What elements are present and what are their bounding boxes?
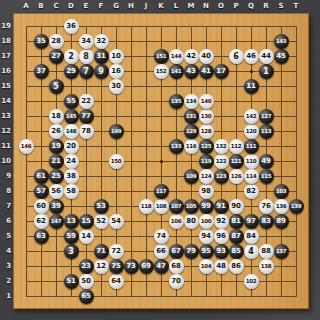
- stone-R6[interactable]: 83: [259, 214, 274, 229]
- stone-F4[interactable]: 71: [94, 244, 109, 259]
- stone-N14[interactable]: 140: [199, 94, 214, 109]
- stone-Q8[interactable]: 82: [244, 184, 259, 199]
- stone-S18[interactable]: 143: [274, 34, 289, 49]
- column-label-J: J: [139, 1, 154, 11]
- stone-O10[interactable]: 122: [214, 154, 229, 169]
- stone-F6[interactable]: 52: [94, 214, 109, 229]
- column-label-M: M: [184, 1, 199, 11]
- column-label-E: E: [79, 1, 94, 11]
- stone-D8[interactable]: 58: [64, 184, 79, 199]
- stone-G17[interactable]: 10: [109, 49, 124, 64]
- stone-G2[interactable]: 64: [109, 274, 124, 289]
- stone-L4[interactable]: 67: [169, 244, 184, 259]
- stone-C15[interactable]: 5: [49, 79, 64, 94]
- stone-M9[interactable]: 109: [184, 169, 199, 184]
- row-label-17: 17: [0, 51, 11, 61]
- stone-K8[interactable]: 117: [154, 184, 169, 199]
- stone-O4[interactable]: 93: [214, 244, 229, 259]
- stone-P6[interactable]: 81: [229, 214, 244, 229]
- stone-D17[interactable]: 2: [64, 49, 79, 64]
- stone-C13[interactable]: 18: [49, 109, 64, 124]
- row-label-3: 3: [0, 261, 11, 271]
- column-label-K: K: [154, 1, 169, 11]
- stone-B9[interactable]: 61: [34, 169, 49, 184]
- stone-B8[interactable]: 57: [34, 184, 49, 199]
- stone-S17[interactable]: 45: [274, 49, 289, 64]
- stone-N3[interactable]: 104: [199, 259, 214, 274]
- stone-D16[interactable]: 29: [64, 64, 79, 79]
- stone-D4[interactable]: 3: [64, 244, 79, 259]
- column-label-G: G: [109, 1, 124, 11]
- stone-M12[interactable]: 129: [184, 124, 199, 139]
- stone-Q10[interactable]: 110: [244, 154, 259, 169]
- stone-O5[interactable]: 96: [214, 229, 229, 244]
- stone-D10[interactable]: 24: [64, 154, 79, 169]
- go-board[interactable]: 1234567891011121314151617181920212223242…: [13, 13, 309, 309]
- stone-C10[interactable]: 21: [49, 154, 64, 169]
- column-label-R: R: [259, 1, 274, 11]
- stone-M14[interactable]: 134: [184, 94, 199, 109]
- stone-D19[interactable]: 36: [64, 19, 79, 34]
- stone-Q11[interactable]: 111: [244, 139, 259, 154]
- stone-R13[interactable]: 127: [259, 109, 274, 124]
- stone-N6[interactable]: 100: [199, 214, 214, 229]
- column-label-B: B: [34, 1, 49, 11]
- stone-H3[interactable]: 73: [124, 259, 139, 274]
- grid-line: [296, 26, 297, 297]
- stone-C9[interactable]: 25: [49, 169, 64, 184]
- stone-E18[interactable]: 34: [79, 34, 94, 49]
- stone-R9[interactable]: 115: [259, 169, 274, 184]
- stone-Q15[interactable]: 11: [244, 79, 259, 94]
- stone-G3[interactable]: 75: [109, 259, 124, 274]
- stone-E1[interactable]: 65: [79, 289, 94, 304]
- stone-S8[interactable]: 103: [274, 184, 289, 199]
- row-label-16: 16: [0, 66, 11, 76]
- stone-M7[interactable]: 105: [184, 199, 199, 214]
- stone-C17[interactable]: 27: [49, 49, 64, 64]
- stone-B6[interactable]: 62: [34, 214, 49, 229]
- stone-N10[interactable]: 119: [199, 154, 214, 169]
- stone-R7[interactable]: 76: [259, 199, 274, 214]
- stone-D14[interactable]: 55: [64, 94, 79, 109]
- stone-K16[interactable]: 152: [154, 64, 169, 79]
- stone-F16[interactable]: 9: [94, 64, 109, 79]
- grid-line: [26, 296, 297, 297]
- stone-N5[interactable]: 94: [199, 229, 214, 244]
- row-label-11: 11: [0, 141, 11, 151]
- star-point-icon: [250, 70, 253, 73]
- stone-G12[interactable]: 149: [109, 124, 124, 139]
- star-point-icon: [160, 160, 163, 163]
- stone-L7[interactable]: 107: [169, 199, 184, 214]
- stone-K17[interactable]: 151: [154, 49, 169, 64]
- row-label-10: 10: [0, 156, 11, 166]
- column-label-T: T: [289, 1, 304, 11]
- stone-T7[interactable]: 139: [289, 199, 304, 214]
- stone-D13[interactable]: 145: [64, 109, 79, 124]
- stone-N11[interactable]: 125: [199, 139, 214, 154]
- stone-K4[interactable]: 66: [154, 244, 169, 259]
- stone-P4[interactable]: 85: [229, 244, 244, 259]
- column-label-F: F: [94, 1, 109, 11]
- column-label-C: C: [49, 1, 64, 11]
- row-label-4: 4: [0, 246, 11, 256]
- stone-Q5[interactable]: 84: [244, 229, 259, 244]
- stone-M6[interactable]: 80: [184, 214, 199, 229]
- stone-E3[interactable]: 23: [79, 259, 94, 274]
- stone-N12[interactable]: 128: [199, 124, 214, 139]
- stone-Q12[interactable]: 120: [244, 124, 259, 139]
- stone-M16[interactable]: 43: [184, 64, 199, 79]
- stone-O3[interactable]: 48: [214, 259, 229, 274]
- stone-O6[interactable]: 92: [214, 214, 229, 229]
- stone-B7[interactable]: 60: [34, 199, 49, 214]
- stone-L14[interactable]: 135: [169, 94, 184, 109]
- stone-N8[interactable]: 98: [199, 184, 214, 199]
- stone-G16[interactable]: 16: [109, 64, 124, 79]
- stone-D5[interactable]: 59: [64, 229, 79, 244]
- stone-M17[interactable]: 42: [184, 49, 199, 64]
- stone-L16[interactable]: 141: [169, 64, 184, 79]
- stone-B18[interactable]: 35: [34, 34, 49, 49]
- stone-O11[interactable]: 132: [214, 139, 229, 154]
- stone-L3[interactable]: 68: [169, 259, 184, 274]
- row-label-12: 12: [0, 126, 11, 136]
- column-label-D: D: [64, 1, 79, 11]
- stone-P11[interactable]: 112: [229, 139, 244, 154]
- stone-G4[interactable]: 72: [109, 244, 124, 259]
- stone-F7[interactable]: 53: [94, 199, 109, 214]
- stone-E14[interactable]: 22: [79, 94, 94, 109]
- row-label-13: 13: [0, 111, 11, 121]
- stone-G6[interactable]: 54: [109, 214, 124, 229]
- row-label-8: 8: [0, 186, 11, 196]
- stone-S4[interactable]: 137: [274, 244, 289, 259]
- stone-G15[interactable]: 30: [109, 79, 124, 94]
- stone-P17[interactable]: 6: [229, 49, 244, 64]
- stone-O16[interactable]: 17: [214, 64, 229, 79]
- row-label-9: 9: [0, 171, 11, 181]
- row-label-5: 5: [0, 231, 11, 241]
- stone-E5[interactable]: 14: [79, 229, 94, 244]
- stone-Q2[interactable]: 102: [244, 274, 259, 289]
- stone-Q17[interactable]: 46: [244, 49, 259, 64]
- stone-E17[interactable]: 8: [79, 49, 94, 64]
- stone-R17[interactable]: 44: [259, 49, 274, 64]
- column-label-H: H: [124, 1, 139, 11]
- stone-C8[interactable]: 56: [49, 184, 64, 199]
- stone-G10[interactable]: 150: [109, 154, 124, 169]
- stone-S7[interactable]: 136: [274, 199, 289, 214]
- stone-D2[interactable]: 51: [64, 274, 79, 289]
- column-label-L: L: [169, 1, 184, 11]
- stone-N16[interactable]: 41: [199, 64, 214, 79]
- stone-F18[interactable]: 32: [94, 34, 109, 49]
- stone-J3[interactable]: 69: [139, 259, 154, 274]
- stone-C18[interactable]: 28: [49, 34, 64, 49]
- stone-K3[interactable]: 47: [154, 259, 169, 274]
- stone-R12[interactable]: 113: [259, 124, 274, 139]
- column-label-S: S: [274, 1, 289, 11]
- stone-F3[interactable]: 12: [94, 259, 109, 274]
- stone-B5[interactable]: 63: [34, 229, 49, 244]
- stone-N4[interactable]: 95: [199, 244, 214, 259]
- stone-A11[interactable]: 146: [19, 139, 34, 154]
- stone-C11[interactable]: 19: [49, 139, 64, 154]
- stone-C7[interactable]: 39: [49, 199, 64, 214]
- column-label-O: O: [214, 1, 229, 11]
- stone-N17[interactable]: 40: [199, 49, 214, 64]
- stone-Q4[interactable]: 4: [244, 244, 259, 259]
- stone-S6[interactable]: 89: [274, 214, 289, 229]
- stone-J7[interactable]: 118: [139, 199, 154, 214]
- stone-D12[interactable]: 148: [64, 124, 79, 139]
- stone-R3[interactable]: 138: [259, 259, 274, 274]
- stone-P10[interactable]: 121: [229, 154, 244, 169]
- stone-D9[interactable]: 38: [64, 169, 79, 184]
- stone-M4[interactable]: 79: [184, 244, 199, 259]
- stone-F17[interactable]: 31: [94, 49, 109, 64]
- stone-P9[interactable]: 126: [229, 169, 244, 184]
- row-label-18: 18: [0, 36, 11, 46]
- stone-Q9[interactable]: 114: [244, 169, 259, 184]
- stone-K5[interactable]: 74: [154, 229, 169, 244]
- stone-L17[interactable]: 144: [169, 49, 184, 64]
- stone-C6[interactable]: 147: [49, 214, 64, 229]
- row-label-7: 7: [0, 201, 11, 211]
- stone-K7[interactable]: 108: [154, 199, 169, 214]
- stone-C12[interactable]: 26: [49, 124, 64, 139]
- stone-O9[interactable]: 123: [214, 169, 229, 184]
- row-label-19: 19: [0, 21, 11, 31]
- stone-D11[interactable]: 20: [64, 139, 79, 154]
- stone-D6[interactable]: 13: [64, 214, 79, 229]
- stone-L2[interactable]: 70: [169, 274, 184, 289]
- column-label-Q: Q: [244, 1, 259, 11]
- column-label-P: P: [229, 1, 244, 11]
- stone-R4[interactable]: 88: [259, 244, 274, 259]
- row-label-15: 15: [0, 81, 11, 91]
- stone-P3[interactable]: 86: [229, 259, 244, 274]
- stone-Q13[interactable]: 142: [244, 109, 259, 124]
- column-label-A: A: [19, 1, 34, 11]
- stone-P7[interactable]: 90: [229, 199, 244, 214]
- row-label-6: 6: [0, 216, 11, 226]
- stone-E6[interactable]: 15: [79, 214, 94, 229]
- kifu-diagram: 1234567891011121314151617181920212223242…: [0, 0, 320, 320]
- stone-B16[interactable]: 37: [34, 64, 49, 79]
- stone-E2[interactable]: 50: [79, 274, 94, 289]
- stone-M11[interactable]: 116: [184, 139, 199, 154]
- stone-E13[interactable]: 77: [79, 109, 94, 124]
- stone-M13[interactable]: 131: [184, 109, 199, 124]
- stone-O7[interactable]: 91: [214, 199, 229, 214]
- row-label-14: 14: [0, 96, 11, 106]
- stone-N13[interactable]: 130: [199, 109, 214, 124]
- stone-L11[interactable]: 133: [169, 139, 184, 154]
- column-label-N: N: [199, 1, 214, 11]
- stone-R16[interactable]: 1: [259, 64, 274, 79]
- stone-Q6[interactable]: 97: [244, 214, 259, 229]
- stone-N7[interactable]: 99: [199, 199, 214, 214]
- stone-P5[interactable]: 87: [229, 229, 244, 244]
- stone-E12[interactable]: 78: [79, 124, 94, 139]
- stone-N9[interactable]: 124: [199, 169, 214, 184]
- stone-L6[interactable]: 106: [169, 214, 184, 229]
- stone-E16[interactable]: 7: [79, 64, 94, 79]
- row-label-2: 2: [0, 276, 11, 286]
- stone-R10[interactable]: 49: [259, 154, 274, 169]
- row-label-1: 1: [0, 291, 11, 301]
